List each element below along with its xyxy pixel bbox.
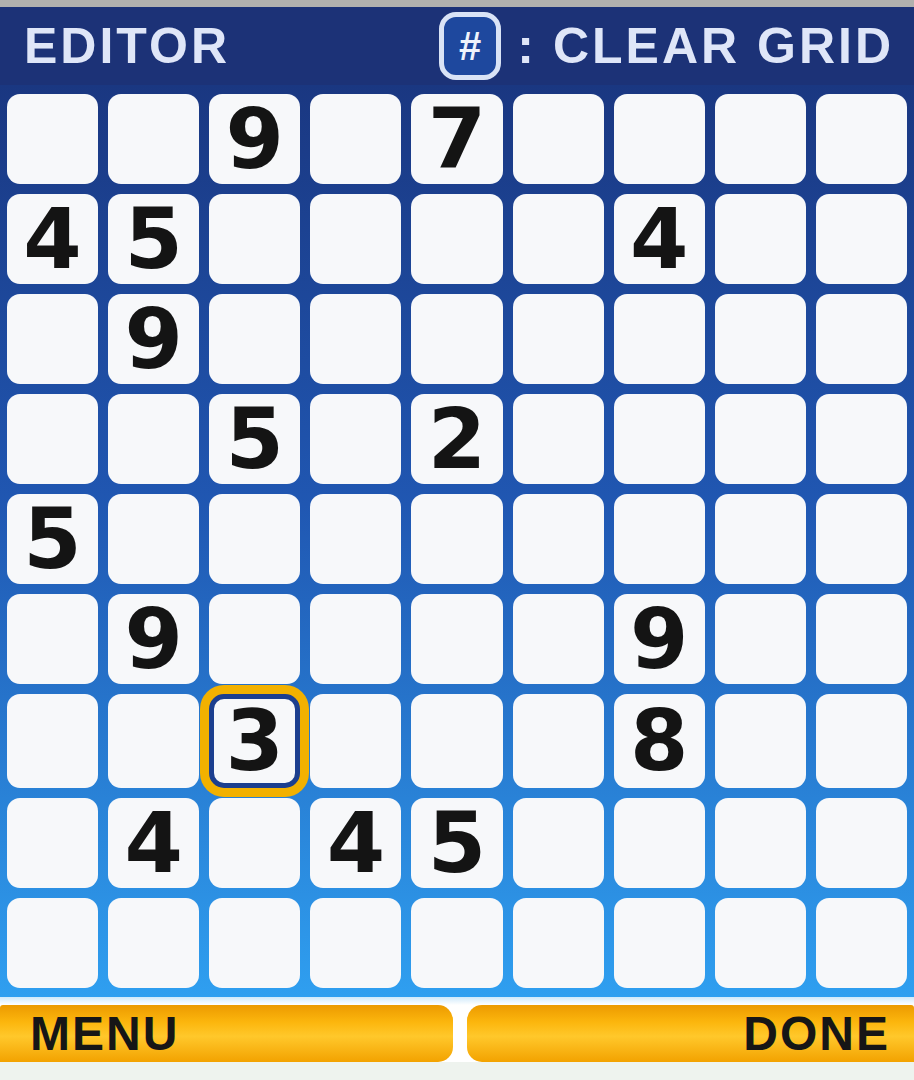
cell-r3c7[interactable] (614, 294, 705, 384)
cell-r3c5[interactable] (411, 294, 502, 384)
cell-r5c2[interactable] (108, 494, 199, 584)
page-title: EDITOR (24, 17, 230, 75)
phone-screen: EDITOR # : CLEAR GRID 9745495259938445 M… (0, 0, 914, 1080)
cell-r1c6[interactable] (513, 94, 604, 184)
cell-r5c3[interactable] (209, 494, 300, 584)
board-softkey-divider (0, 997, 914, 1005)
cell-r9c2[interactable] (108, 898, 199, 988)
cell-r7c6[interactable] (513, 694, 604, 788)
cell-r5c7[interactable] (614, 494, 705, 584)
title-bar: EDITOR # : CLEAR GRID (0, 7, 914, 85)
cell-r7c2[interactable] (108, 694, 199, 788)
cell-r2c8[interactable] (715, 194, 806, 284)
menu-button[interactable]: MENU (0, 1005, 453, 1062)
cell-r8c5[interactable]: 5 (411, 798, 502, 888)
cell-r9c3[interactable] (209, 898, 300, 988)
cell-r9c5[interactable] (411, 898, 502, 988)
cell-r9c6[interactable] (513, 898, 604, 988)
done-button[interactable]: DONE (467, 1005, 914, 1062)
cell-r2c4[interactable] (310, 194, 401, 284)
cell-r9c8[interactable] (715, 898, 806, 988)
cell-r6c8[interactable] (715, 594, 806, 684)
cell-r7c9[interactable] (816, 694, 907, 788)
cell-r1c9[interactable] (816, 94, 907, 184)
cell-r8c2[interactable]: 4 (108, 798, 199, 888)
cell-r7c8[interactable] (715, 694, 806, 788)
cell-r4c2[interactable] (108, 394, 199, 484)
cell-r3c8[interactable] (715, 294, 806, 384)
cell-r4c1[interactable] (7, 394, 98, 484)
cell-r7c4[interactable] (310, 694, 401, 788)
cell-r8c3[interactable] (209, 798, 300, 888)
cell-r4c6[interactable] (513, 394, 604, 484)
cell-r1c7[interactable] (614, 94, 705, 184)
cell-r8c4[interactable]: 4 (310, 798, 401, 888)
cell-r5c1[interactable]: 5 (7, 494, 98, 584)
cell-r5c4[interactable] (310, 494, 401, 584)
hash-key-icon: # (439, 12, 501, 80)
cell-r2c5[interactable] (411, 194, 502, 284)
cell-r3c9[interactable] (816, 294, 907, 384)
cell-r3c2[interactable]: 9 (108, 294, 199, 384)
sudoku-board: 9745495259938445 (0, 85, 914, 997)
cell-r6c6[interactable] (513, 594, 604, 684)
cell-r3c3[interactable] (209, 294, 300, 384)
cell-r4c3[interactable]: 5 (209, 394, 300, 484)
cell-r2c9[interactable] (816, 194, 907, 284)
cell-r1c2[interactable] (108, 94, 199, 184)
cell-r5c6[interactable] (513, 494, 604, 584)
cell-r7c3[interactable]: 3 (209, 694, 300, 788)
cell-r3c1[interactable] (7, 294, 98, 384)
cell-r5c5[interactable] (411, 494, 502, 584)
cell-r1c1[interactable] (7, 94, 98, 184)
cell-r2c2[interactable]: 5 (108, 194, 199, 284)
cell-r7c7[interactable]: 8 (614, 694, 705, 788)
cell-r1c5[interactable]: 7 (411, 94, 502, 184)
cell-r4c7[interactable] (614, 394, 705, 484)
cell-r8c1[interactable] (7, 798, 98, 888)
cell-r6c9[interactable] (816, 594, 907, 684)
cell-r1c4[interactable] (310, 94, 401, 184)
clear-grid-label: CLEAR GRID (553, 17, 894, 75)
cell-r9c9[interactable] (816, 898, 907, 988)
cell-r1c8[interactable] (715, 94, 806, 184)
cell-r9c4[interactable] (310, 898, 401, 988)
cell-r2c7[interactable]: 4 (614, 194, 705, 284)
top-bezel-strip (0, 0, 914, 7)
cell-r1c3[interactable]: 9 (209, 94, 300, 184)
cell-r3c4[interactable] (310, 294, 401, 384)
cell-r6c1[interactable] (7, 594, 98, 684)
hint-separator: : (517, 17, 537, 75)
cell-r4c8[interactable] (715, 394, 806, 484)
cell-r7c5[interactable] (411, 694, 502, 788)
cell-r6c5[interactable] (411, 594, 502, 684)
cell-r2c3[interactable] (209, 194, 300, 284)
cell-r6c7[interactable]: 9 (614, 594, 705, 684)
cell-r6c4[interactable] (310, 594, 401, 684)
cell-r9c7[interactable] (614, 898, 705, 988)
cell-r8c6[interactable] (513, 798, 604, 888)
cell-r2c1[interactable]: 4 (7, 194, 98, 284)
cell-r8c9[interactable] (816, 798, 907, 888)
softkey-bar: MENU DONE (0, 1005, 914, 1062)
cell-r8c7[interactable] (614, 798, 705, 888)
cell-r6c2[interactable]: 9 (108, 594, 199, 684)
clear-grid-hint: # : CLEAR GRID (439, 12, 894, 80)
cell-r6c3[interactable] (209, 594, 300, 684)
bottom-bezel-strip (0, 1062, 914, 1080)
cell-r4c4[interactable] (310, 394, 401, 484)
cell-r4c9[interactable] (816, 394, 907, 484)
cell-r5c9[interactable] (816, 494, 907, 584)
cell-r3c6[interactable] (513, 294, 604, 384)
cell-r8c8[interactable] (715, 798, 806, 888)
cell-r2c6[interactable] (513, 194, 604, 284)
cell-r5c8[interactable] (715, 494, 806, 584)
cell-r7c1[interactable] (7, 694, 98, 788)
cell-r9c1[interactable] (7, 898, 98, 988)
cell-r4c5[interactable]: 2 (411, 394, 502, 484)
